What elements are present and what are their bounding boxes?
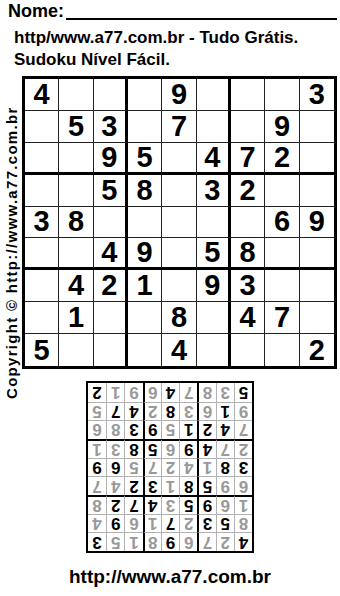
- solution-cell-r9c7: 9: [124, 383, 142, 402]
- puzzle-cell-r6c3: 4: [94, 238, 128, 270]
- puzzle-cell-r1c5: 9: [162, 79, 196, 111]
- puzzle-cell-r3c5[interactable]: [162, 143, 196, 175]
- solution-cell-r1c9: 3: [88, 532, 106, 551]
- puzzle-title: Sudoku Nível Fácil.: [14, 50, 170, 70]
- solution-cell-r2c8: 9: [106, 514, 124, 533]
- puzzle-cell-r5c4[interactable]: [128, 207, 162, 239]
- solution-cell-r7c3: 2: [197, 420, 215, 439]
- solution-cell-r5c4: 4: [179, 458, 197, 477]
- footer-url: http://www.a77.com.br: [0, 566, 340, 588]
- puzzle-cell-r8c9[interactable]: [300, 302, 334, 334]
- puzzle-cell-r5c8: 6: [265, 207, 299, 239]
- puzzle-cell-r6c9[interactable]: [300, 238, 334, 270]
- puzzle-cell-r7c6: 9: [197, 270, 231, 302]
- puzzle-cell-r7c7: 3: [231, 270, 265, 302]
- name-label: Nome:: [8, 2, 64, 21]
- puzzle-cell-r4c1[interactable]: [25, 175, 59, 207]
- solution-cell-r4c4: 8: [179, 476, 197, 495]
- puzzle-cell-r6c5[interactable]: [162, 238, 196, 270]
- puzzle-cell-r6c4: 9: [128, 238, 162, 270]
- solution-cell-r6c3: 4: [197, 439, 215, 458]
- solution-cell-r9c4: 7: [179, 383, 197, 402]
- puzzle-cell-r8c3[interactable]: [94, 302, 128, 334]
- puzzle-cell-r1c6[interactable]: [197, 79, 231, 111]
- solution-cell-r1c5: 9: [161, 532, 179, 551]
- solution-cell-r2c5: 7: [161, 514, 179, 533]
- puzzle-cell-r4c6: 3: [197, 175, 231, 207]
- puzzle-cell-r9c8[interactable]: [265, 334, 299, 366]
- solution-cell-r8c1: 9: [234, 402, 252, 421]
- sudoku-solution-grid: 4276981538532716941695347286958132473814…: [86, 381, 254, 553]
- puzzle-cell-r3c8: 2: [265, 143, 299, 175]
- solution-cell-r4c1: 6: [234, 476, 252, 495]
- solution-cell-r2c1: 8: [234, 514, 252, 533]
- solution-cell-r3c1: 1: [234, 495, 252, 514]
- puzzle-cell-r1c7[interactable]: [231, 79, 265, 111]
- solution-cell-r3c6: 4: [143, 495, 161, 514]
- solution-cell-r5c5: 2: [161, 458, 179, 477]
- puzzle-cell-r8c5: 8: [162, 302, 196, 334]
- puzzle-cell-r9c9: 2: [300, 334, 334, 366]
- puzzle-cell-r2c6[interactable]: [197, 111, 231, 143]
- puzzle-cell-r5c1: 3: [25, 207, 59, 239]
- solution-cell-r6c4: 9: [179, 439, 197, 458]
- solution-cell-r3c8: 2: [106, 495, 124, 514]
- sudoku-puzzle-grid: 493537995472583238694958421931847542: [22, 76, 337, 369]
- puzzle-cell-r5c3[interactable]: [94, 207, 128, 239]
- puzzle-cell-r4c5[interactable]: [162, 175, 196, 207]
- puzzle-cell-r9c4[interactable]: [128, 334, 162, 366]
- solution-cell-r5c6: 7: [143, 458, 161, 477]
- site-tagline: http/www.a77.com.br - Tudo Grátis.: [14, 28, 298, 48]
- solution-cell-r9c5: 4: [161, 383, 179, 402]
- puzzle-cell-r7c3: 2: [94, 270, 128, 302]
- puzzle-cell-r7c5[interactable]: [162, 270, 196, 302]
- name-fill-line: [66, 18, 337, 20]
- puzzle-cell-r5c7[interactable]: [231, 207, 265, 239]
- puzzle-cell-r2c2: 5: [59, 111, 93, 143]
- solution-cell-r1c4: 6: [179, 532, 197, 551]
- solution-cell-r8c4: 3: [179, 402, 197, 421]
- solution-cell-r5c1: 3: [234, 458, 252, 477]
- solution-cell-r6c7: 8: [124, 439, 142, 458]
- solution-cell-r3c2: 6: [216, 495, 234, 514]
- puzzle-cell-r1c8[interactable]: [265, 79, 299, 111]
- puzzle-cell-r6c7: 8: [231, 238, 265, 270]
- puzzle-cell-r6c1[interactable]: [25, 238, 59, 270]
- puzzle-cell-r5c5[interactable]: [162, 207, 196, 239]
- solution-cell-r1c6: 8: [143, 532, 161, 551]
- solution-cell-r8c8: 7: [106, 402, 124, 421]
- puzzle-cell-r3c4: 5: [128, 143, 162, 175]
- puzzle-cell-r1c3[interactable]: [94, 79, 128, 111]
- solution-cell-r3c3: 9: [197, 495, 215, 514]
- solution-cell-r6c6: 5: [143, 439, 161, 458]
- solution-cell-r7c1: 7: [234, 420, 252, 439]
- solution-cell-r6c1: 2: [234, 439, 252, 458]
- puzzle-cell-r7c1[interactable]: [25, 270, 59, 302]
- solution-cell-r2c9: 4: [88, 514, 106, 533]
- puzzle-cell-r4c3: 5: [94, 175, 128, 207]
- solution-cell-r5c3: 1: [197, 458, 215, 477]
- puzzle-cell-r4c7: 2: [231, 175, 265, 207]
- puzzle-cell-r8c4[interactable]: [128, 302, 162, 334]
- solution-cell-r7c8: 8: [106, 420, 124, 439]
- solution-cell-r3c7: 7: [124, 495, 142, 514]
- puzzle-cell-r2c9[interactable]: [300, 111, 334, 143]
- puzzle-cell-r9c2[interactable]: [59, 334, 93, 366]
- solution-cell-r7c2: 4: [216, 420, 234, 439]
- name-field-row: Nome:: [8, 2, 337, 21]
- solution-cell-r9c8: 1: [106, 383, 124, 402]
- puzzle-cell-r2c3: 3: [94, 111, 128, 143]
- puzzle-cell-r1c2[interactable]: [59, 79, 93, 111]
- solution-cell-r7c9: 6: [88, 420, 106, 439]
- solution-cell-r7c6: 9: [143, 420, 161, 439]
- solution-cell-r2c4: 2: [179, 514, 197, 533]
- puzzle-cell-r5c9: 9: [300, 207, 334, 239]
- solution-cell-r3c4: 5: [179, 495, 197, 514]
- solution-cell-r4c2: 9: [216, 476, 234, 495]
- solution-cell-r1c2: 2: [216, 532, 234, 551]
- puzzle-cell-r3c6: 4: [197, 143, 231, 175]
- puzzle-cell-r7c2: 4: [59, 270, 93, 302]
- puzzle-cell-r3c7: 7: [231, 143, 265, 175]
- puzzle-cell-r7c8[interactable]: [265, 270, 299, 302]
- solution-cell-r6c8: 3: [106, 439, 124, 458]
- solution-cell-r7c5: 5: [161, 420, 179, 439]
- puzzle-cell-r7c9[interactable]: [300, 270, 334, 302]
- solution-cell-r5c8: 6: [106, 458, 124, 477]
- puzzle-cell-r4c2[interactable]: [59, 175, 93, 207]
- puzzle-cell-r1c4[interactable]: [128, 79, 162, 111]
- solution-cell-r9c3: 8: [197, 383, 215, 402]
- solution-cell-r8c5: 8: [161, 402, 179, 421]
- solution-cell-r8c3: 6: [197, 402, 215, 421]
- puzzle-cell-r3c2[interactable]: [59, 143, 93, 175]
- solution-cell-r6c2: 7: [216, 439, 234, 458]
- copyright-vertical-text: Copyright © http://www.a77.com.br: [3, 106, 20, 399]
- solution-cell-r4c6: 3: [143, 476, 161, 495]
- puzzle-cell-r4c9[interactable]: [300, 175, 334, 207]
- solution-cell-r3c9: 8: [88, 495, 106, 514]
- puzzle-cell-r9c1: 5: [25, 334, 59, 366]
- solution-cell-r9c1: 5: [234, 383, 252, 402]
- solution-cell-r8c2: 1: [216, 402, 234, 421]
- puzzle-cell-r5c6[interactable]: [197, 207, 231, 239]
- puzzle-cell-r2c1[interactable]: [25, 111, 59, 143]
- solution-cell-r9c2: 3: [216, 383, 234, 402]
- puzzle-cell-r8c2: 1: [59, 302, 93, 334]
- puzzle-cell-r8c6[interactable]: [197, 302, 231, 334]
- puzzle-cell-r8c1[interactable]: [25, 302, 59, 334]
- puzzle-cell-r3c1[interactable]: [25, 143, 59, 175]
- solution-cell-r5c7: 5: [124, 458, 142, 477]
- solution-cell-r6c9: 1: [88, 439, 106, 458]
- puzzle-cell-r2c7[interactable]: [231, 111, 265, 143]
- solution-cell-r9c6: 6: [143, 383, 161, 402]
- puzzle-cell-r6c6: 5: [197, 238, 231, 270]
- solution-cell-r9c9: 2: [88, 383, 106, 402]
- puzzle-cell-r2c5: 7: [162, 111, 196, 143]
- puzzle-cell-r9c6[interactable]: [197, 334, 231, 366]
- puzzle-cell-r5c2: 8: [59, 207, 93, 239]
- solution-cell-r2c3: 3: [197, 514, 215, 533]
- solution-cell-r2c2: 5: [216, 514, 234, 533]
- puzzle-cell-r2c4[interactable]: [128, 111, 162, 143]
- solution-cell-r4c8: 4: [106, 476, 124, 495]
- puzzle-cell-r9c3[interactable]: [94, 334, 128, 366]
- solution-cell-r1c3: 7: [197, 532, 215, 551]
- puzzle-cell-r4c8[interactable]: [265, 175, 299, 207]
- solution-cell-r1c8: 5: [106, 532, 124, 551]
- puzzle-cell-r4c4: 8: [128, 175, 162, 207]
- puzzle-cell-r6c2[interactable]: [59, 238, 93, 270]
- puzzle-cell-r8c7: 4: [231, 302, 265, 334]
- solution-cell-r8c9: 5: [88, 402, 106, 421]
- solution-cell-r8c7: 4: [124, 402, 142, 421]
- solution-cell-r7c7: 3: [124, 420, 142, 439]
- solution-cell-r5c9: 9: [88, 458, 106, 477]
- puzzle-cell-r3c3: 9: [94, 143, 128, 175]
- solution-cell-r4c7: 2: [124, 476, 142, 495]
- puzzle-cell-r1c1: 4: [25, 79, 59, 111]
- solution-cell-r1c1: 4: [234, 532, 252, 551]
- puzzle-cell-r2c8: 9: [265, 111, 299, 143]
- puzzle-cell-r1c9: 3: [300, 79, 334, 111]
- puzzle-cell-r3c9[interactable]: [300, 143, 334, 175]
- solution-cell-r4c5: 1: [161, 476, 179, 495]
- puzzle-cell-r7c4: 1: [128, 270, 162, 302]
- puzzle-cell-r9c5: 4: [162, 334, 196, 366]
- solution-cell-r1c7: 1: [124, 532, 142, 551]
- solution-cell-r5c2: 8: [216, 458, 234, 477]
- solution-cell-r6c5: 6: [161, 439, 179, 458]
- solution-cell-r2c6: 1: [143, 514, 161, 533]
- solution-cell-r4c9: 7: [88, 476, 106, 495]
- solution-cell-r3c5: 3: [161, 495, 179, 514]
- solution-cell-r7c4: 1: [179, 420, 197, 439]
- solution-cell-r2c7: 6: [124, 514, 142, 533]
- solution-cell-r8c6: 2: [143, 402, 161, 421]
- solution-cell-r4c3: 5: [197, 476, 215, 495]
- puzzle-cell-r6c8[interactable]: [265, 238, 299, 270]
- puzzle-cell-r9c7[interactable]: [231, 334, 265, 366]
- puzzle-cell-r8c8: 7: [265, 302, 299, 334]
